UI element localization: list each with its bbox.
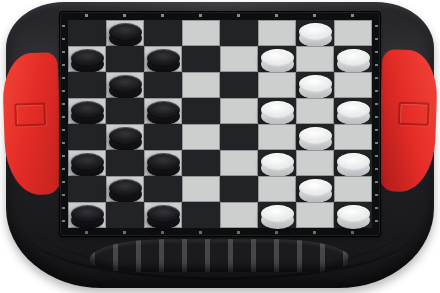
square-r2c2[interactable] bbox=[106, 46, 144, 72]
black-checker[interactable]: ⛂ bbox=[109, 127, 142, 151]
square-r3c7[interactable]: ⛀ bbox=[296, 72, 334, 98]
square-r7c3[interactable] bbox=[144, 176, 182, 202]
square-r4c6[interactable]: ⛀ bbox=[258, 98, 296, 124]
square-r6c5[interactable] bbox=[220, 150, 258, 176]
square-r2c3[interactable]: ⛂ bbox=[144, 46, 182, 72]
right-grip-emboss bbox=[398, 102, 430, 126]
white-checker[interactable]: ⛀ bbox=[337, 49, 370, 73]
square-r8c1[interactable]: ⛂ bbox=[68, 202, 106, 228]
black-checker[interactable]: ⛂ bbox=[71, 205, 104, 229]
left-grip-emboss bbox=[14, 103, 46, 127]
square-r3c8[interactable] bbox=[334, 72, 372, 98]
frame-ticks-left bbox=[62, 20, 65, 228]
square-r8c4[interactable] bbox=[182, 202, 220, 228]
board-frame: ⛂⛀⛂⛂⛀⛀⛂⛀⛂⛂⛀⛀⛂⛀⛂⛂⛀⛀⛂⛀⛂⛂⛀⛀ bbox=[60, 12, 380, 236]
square-r4c2[interactable] bbox=[106, 98, 144, 124]
square-r8c3[interactable]: ⛂ bbox=[144, 202, 182, 228]
square-r1c7[interactable]: ⛀ bbox=[296, 20, 334, 46]
square-r3c1[interactable] bbox=[68, 72, 106, 98]
white-checker[interactable]: ⛀ bbox=[337, 153, 370, 177]
square-r3c6[interactable] bbox=[258, 72, 296, 98]
square-r8c7[interactable] bbox=[296, 202, 334, 228]
white-checker[interactable]: ⛀ bbox=[261, 153, 294, 177]
white-checker[interactable]: ⛀ bbox=[261, 205, 294, 229]
black-checker[interactable]: ⛂ bbox=[147, 49, 180, 73]
square-r5c6[interactable] bbox=[258, 124, 296, 150]
square-r5c5[interactable] bbox=[220, 124, 258, 150]
white-checker[interactable]: ⛀ bbox=[299, 127, 332, 151]
black-checker[interactable]: ⛂ bbox=[147, 101, 180, 125]
square-r3c4[interactable] bbox=[182, 72, 220, 98]
square-r3c3[interactable] bbox=[144, 72, 182, 98]
black-checker[interactable]: ⛂ bbox=[71, 153, 104, 177]
square-r5c8[interactable] bbox=[334, 124, 372, 150]
black-checker[interactable]: ⛂ bbox=[109, 75, 142, 99]
square-r2c6[interactable]: ⛀ bbox=[258, 46, 296, 72]
square-r7c6[interactable] bbox=[258, 176, 296, 202]
square-r3c5[interactable] bbox=[220, 72, 258, 98]
product-photo: ⛂⛀⛂⛂⛀⛀⛂⛀⛂⛂⛀⛀⛂⛀⛂⛂⛀⛀⛂⛀⛂⛂⛀⛀ bbox=[0, 0, 440, 293]
black-checker[interactable]: ⛂ bbox=[71, 49, 104, 73]
white-checker[interactable]: ⛀ bbox=[261, 101, 294, 125]
square-r8c6[interactable]: ⛀ bbox=[258, 202, 296, 228]
square-r6c7[interactable] bbox=[296, 150, 334, 176]
square-r7c2[interactable]: ⛂ bbox=[106, 176, 144, 202]
square-r1c6[interactable] bbox=[258, 20, 296, 46]
square-r5c7[interactable]: ⛀ bbox=[296, 124, 334, 150]
square-r7c1[interactable] bbox=[68, 176, 106, 202]
square-r4c7[interactable] bbox=[296, 98, 334, 124]
square-r5c1[interactable] bbox=[68, 124, 106, 150]
square-r2c1[interactable]: ⛂ bbox=[68, 46, 106, 72]
ribbed-edge bbox=[90, 239, 350, 272]
white-checker[interactable]: ⛀ bbox=[299, 23, 332, 47]
square-r3c2[interactable]: ⛂ bbox=[106, 72, 144, 98]
square-r2c8[interactable]: ⛀ bbox=[334, 46, 372, 72]
square-r7c7[interactable]: ⛀ bbox=[296, 176, 334, 202]
black-checker[interactable]: ⛂ bbox=[109, 23, 142, 47]
frame-ticks-right bbox=[375, 20, 378, 228]
black-checker[interactable]: ⛂ bbox=[147, 205, 180, 229]
square-r8c5[interactable] bbox=[220, 202, 258, 228]
square-r6c4[interactable] bbox=[182, 150, 220, 176]
square-r8c2[interactable] bbox=[106, 202, 144, 228]
square-r7c4[interactable] bbox=[182, 176, 220, 202]
square-r4c8[interactable]: ⛀ bbox=[334, 98, 372, 124]
square-r1c4[interactable] bbox=[182, 20, 220, 46]
square-r6c6[interactable]: ⛀ bbox=[258, 150, 296, 176]
square-r1c2[interactable]: ⛂ bbox=[106, 20, 144, 46]
frame-ticks-bottom bbox=[68, 231, 372, 234]
square-r8c8[interactable]: ⛀ bbox=[334, 202, 372, 228]
checkers-board: ⛂⛀⛂⛂⛀⛀⛂⛀⛂⛂⛀⛀⛂⛀⛂⛂⛀⛀⛂⛀⛂⛂⛀⛀ bbox=[68, 20, 372, 228]
square-r4c1[interactable]: ⛂ bbox=[68, 98, 106, 124]
square-r2c4[interactable] bbox=[182, 46, 220, 72]
white-checker[interactable]: ⛀ bbox=[337, 205, 370, 229]
frame-ticks-top bbox=[68, 14, 372, 17]
square-r5c4[interactable] bbox=[182, 124, 220, 150]
square-r6c8[interactable]: ⛀ bbox=[334, 150, 372, 176]
square-r2c7[interactable] bbox=[296, 46, 334, 72]
square-r5c2[interactable]: ⛂ bbox=[106, 124, 144, 150]
square-r1c1[interactable] bbox=[68, 20, 106, 46]
square-r7c5[interactable] bbox=[220, 176, 258, 202]
square-r1c8[interactable] bbox=[334, 20, 372, 46]
white-checker[interactable]: ⛀ bbox=[299, 75, 332, 99]
white-checker[interactable]: ⛀ bbox=[337, 101, 370, 125]
black-checker[interactable]: ⛂ bbox=[71, 101, 104, 125]
square-r1c3[interactable] bbox=[144, 20, 182, 46]
square-r6c3[interactable]: ⛂ bbox=[144, 150, 182, 176]
square-r2c5[interactable] bbox=[220, 46, 258, 72]
square-r6c2[interactable] bbox=[106, 150, 144, 176]
white-checker[interactable]: ⛀ bbox=[261, 49, 294, 73]
square-r7c8[interactable] bbox=[334, 176, 372, 202]
square-r4c4[interactable] bbox=[182, 98, 220, 124]
white-checker[interactable]: ⛀ bbox=[299, 179, 332, 203]
black-checker[interactable]: ⛂ bbox=[109, 179, 142, 203]
square-r4c3[interactable]: ⛂ bbox=[144, 98, 182, 124]
square-r1c5[interactable] bbox=[220, 20, 258, 46]
black-checker[interactable]: ⛂ bbox=[147, 153, 180, 177]
square-r4c5[interactable] bbox=[220, 98, 258, 124]
square-r5c3[interactable] bbox=[144, 124, 182, 150]
square-r6c1[interactable]: ⛂ bbox=[68, 150, 106, 176]
